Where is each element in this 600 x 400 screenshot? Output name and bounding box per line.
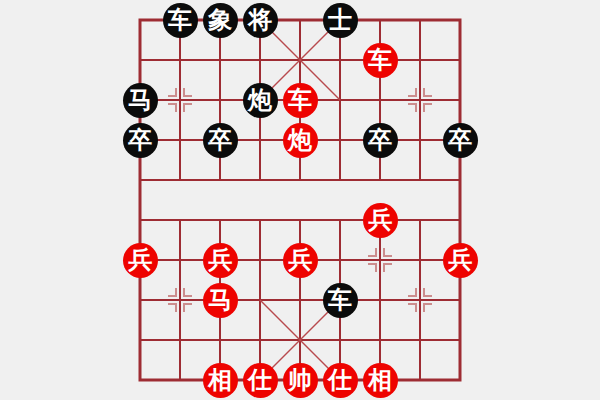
board-point-6-3: 卒 bbox=[360, 120, 400, 160]
piece-red-cannon[interactable]: 炮 bbox=[283, 123, 318, 158]
piece-black-king[interactable]: 将 bbox=[243, 3, 278, 38]
board-point-2-3: 卒 bbox=[200, 120, 240, 160]
piece-red-rook[interactable]: 车 bbox=[283, 83, 318, 118]
piece-red-advisor[interactable]: 仕 bbox=[243, 363, 278, 398]
piece-red-pawn[interactable]: 兵 bbox=[283, 243, 318, 278]
board-point-0-6: 兵 bbox=[120, 240, 160, 280]
piece-red-elephant[interactable]: 相 bbox=[363, 363, 398, 398]
board-point-5-0: 士 bbox=[320, 0, 360, 40]
piece-black-cannon[interactable]: 炮 bbox=[243, 83, 278, 118]
board-point-3-2: 炮 bbox=[240, 80, 280, 120]
board-point-8-6: 兵 bbox=[440, 240, 480, 280]
board-point-2-0: 象 bbox=[200, 0, 240, 40]
screen: 车象将士车马炮车卒卒炮卒卒兵兵兵兵兵马车相仕帅仕相 bbox=[0, 0, 600, 400]
board-point-6-1: 车 bbox=[360, 40, 400, 80]
board-point-2-6: 兵 bbox=[200, 240, 240, 280]
piece-red-pawn[interactable]: 兵 bbox=[203, 243, 238, 278]
board-point-8-3: 卒 bbox=[440, 120, 480, 160]
board-point-4-9: 帅 bbox=[280, 360, 320, 400]
board-point-2-7: 马 bbox=[200, 280, 240, 320]
piece-red-elephant[interactable]: 相 bbox=[203, 363, 238, 398]
board-point-5-9: 仕 bbox=[320, 360, 360, 400]
board-point-4-3: 炮 bbox=[280, 120, 320, 160]
piece-black-rook[interactable]: 车 bbox=[323, 283, 358, 318]
board-point-0-2: 马 bbox=[120, 80, 160, 120]
piece-red-pawn[interactable]: 兵 bbox=[123, 243, 158, 278]
piece-red-pawn[interactable]: 兵 bbox=[443, 243, 478, 278]
xiangqi-board: 车象将士车马炮车卒卒炮卒卒兵兵兵兵兵马车相仕帅仕相 bbox=[0, 0, 600, 400]
piece-black-elephant[interactable]: 象 bbox=[203, 3, 238, 38]
board-point-4-2: 车 bbox=[280, 80, 320, 120]
piece-black-pawn[interactable]: 卒 bbox=[123, 123, 158, 158]
board-point-5-7: 车 bbox=[320, 280, 360, 320]
piece-black-pawn[interactable]: 卒 bbox=[203, 123, 238, 158]
board-point-2-9: 相 bbox=[200, 360, 240, 400]
piece-black-rook[interactable]: 车 bbox=[163, 3, 198, 38]
piece-red-advisor[interactable]: 仕 bbox=[323, 363, 358, 398]
piece-red-king[interactable]: 帅 bbox=[283, 363, 318, 398]
piece-red-horse[interactable]: 马 bbox=[203, 283, 238, 318]
board-point-3-9: 仕 bbox=[240, 360, 280, 400]
board-point-6-9: 相 bbox=[360, 360, 400, 400]
piece-black-advisor[interactable]: 士 bbox=[323, 3, 358, 38]
piece-red-rook[interactable]: 车 bbox=[363, 43, 398, 78]
piece-grid: 车象将士车马炮车卒卒炮卒卒兵兵兵兵兵马车相仕帅仕相 bbox=[120, 0, 480, 400]
board-point-0-3: 卒 bbox=[120, 120, 160, 160]
board-point-1-0: 车 bbox=[160, 0, 200, 40]
piece-red-pawn[interactable]: 兵 bbox=[363, 203, 398, 238]
piece-black-pawn[interactable]: 卒 bbox=[363, 123, 398, 158]
board-point-6-5: 兵 bbox=[360, 200, 400, 240]
board-point-3-0: 将 bbox=[240, 0, 280, 40]
piece-black-horse[interactable]: 马 bbox=[123, 83, 158, 118]
board-point-4-6: 兵 bbox=[280, 240, 320, 280]
piece-black-pawn[interactable]: 卒 bbox=[443, 123, 478, 158]
